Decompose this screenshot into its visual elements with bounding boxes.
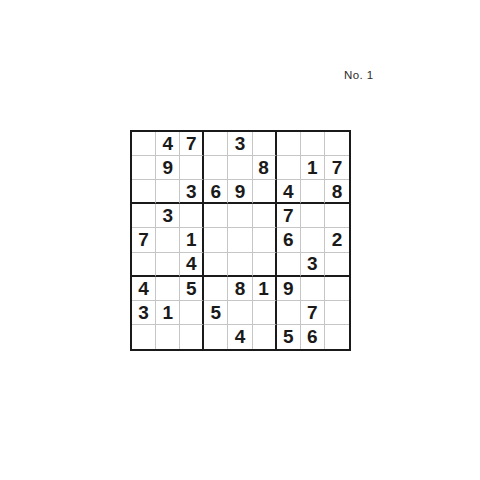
sudoku-cell-r1c4[interactable] — [204, 132, 228, 156]
sudoku-cell-r5c9[interactable]: 2 — [325, 228, 349, 252]
sudoku-cell-r4c3[interactable] — [180, 204, 204, 228]
sudoku-cell-r8c3[interactable] — [180, 301, 204, 325]
sudoku-cell-r3c3[interactable]: 3 — [180, 180, 204, 204]
sudoku-cell-r6c8[interactable]: 3 — [301, 253, 325, 277]
sudoku-cell-r3c6[interactable] — [253, 180, 277, 204]
sudoku-cell-r4c9[interactable] — [325, 204, 349, 228]
sudoku-cell-r1c6[interactable] — [253, 132, 277, 156]
sudoku-cell-r5c6[interactable] — [253, 228, 277, 252]
sudoku-cell-r6c6[interactable] — [253, 253, 277, 277]
sudoku-cell-r8c2[interactable]: 1 — [156, 301, 180, 325]
sudoku-cell-r7c1[interactable]: 4 — [132, 277, 156, 301]
sudoku-cell-r2c8[interactable]: 1 — [301, 156, 325, 180]
sudoku-cell-r2c2[interactable]: 9 — [156, 156, 180, 180]
puzzle-page: No. 1 47398173694837716243458193157456 — [0, 0, 480, 480]
sudoku-cell-r5c2[interactable] — [156, 228, 180, 252]
sudoku-cell-r6c7[interactable] — [277, 253, 301, 277]
sudoku-cell-r7c9[interactable] — [325, 277, 349, 301]
sudoku-cell-r5c3[interactable]: 1 — [180, 228, 204, 252]
sudoku-cell-r5c5[interactable] — [228, 228, 252, 252]
sudoku-cell-r9c9[interactable] — [325, 325, 349, 349]
sudoku-cell-r7c7[interactable]: 9 — [277, 277, 301, 301]
sudoku-cell-r3c7[interactable]: 4 — [277, 180, 301, 204]
sudoku-cell-r4c2[interactable]: 3 — [156, 204, 180, 228]
sudoku-cell-r8c6[interactable] — [253, 301, 277, 325]
sudoku-cell-r2c6[interactable]: 8 — [253, 156, 277, 180]
sudoku-cell-r2c1[interactable] — [132, 156, 156, 180]
sudoku-cell-r1c5[interactable]: 3 — [228, 132, 252, 156]
sudoku-cell-r9c8[interactable]: 6 — [301, 325, 325, 349]
sudoku-cell-r8c4[interactable]: 5 — [204, 301, 228, 325]
sudoku-cell-r4c5[interactable] — [228, 204, 252, 228]
sudoku-cell-r2c7[interactable] — [277, 156, 301, 180]
sudoku-cell-r2c5[interactable] — [228, 156, 252, 180]
sudoku-cell-r3c9[interactable]: 8 — [325, 180, 349, 204]
sudoku-cell-r7c5[interactable]: 8 — [228, 277, 252, 301]
sudoku-cell-r2c9[interactable]: 7 — [325, 156, 349, 180]
sudoku-cell-r1c7[interactable] — [277, 132, 301, 156]
sudoku-cell-r6c2[interactable] — [156, 253, 180, 277]
sudoku-cell-r8c7[interactable] — [277, 301, 301, 325]
sudoku-cell-r5c1[interactable]: 7 — [132, 228, 156, 252]
sudoku-cell-r8c9[interactable] — [325, 301, 349, 325]
sudoku-cell-r9c6[interactable] — [253, 325, 277, 349]
sudoku-cell-r6c3[interactable]: 4 — [180, 253, 204, 277]
sudoku-cell-r3c5[interactable]: 9 — [228, 180, 252, 204]
sudoku-cell-r1c3[interactable]: 7 — [180, 132, 204, 156]
sudoku-cell-r6c9[interactable] — [325, 253, 349, 277]
sudoku-cell-r9c3[interactable] — [180, 325, 204, 349]
sudoku-cell-r1c8[interactable] — [301, 132, 325, 156]
sudoku-cell-r1c1[interactable] — [132, 132, 156, 156]
sudoku-cell-r3c2[interactable] — [156, 180, 180, 204]
sudoku-cell-r3c4[interactable]: 6 — [204, 180, 228, 204]
sudoku-cell-r1c2[interactable]: 4 — [156, 132, 180, 156]
sudoku-cell-r3c8[interactable] — [301, 180, 325, 204]
sudoku-cell-r2c4[interactable] — [204, 156, 228, 180]
sudoku-cell-r7c4[interactable] — [204, 277, 228, 301]
sudoku-cell-r4c4[interactable] — [204, 204, 228, 228]
sudoku-board: 47398173694837716243458193157456 — [130, 130, 351, 351]
sudoku-cell-r3c1[interactable] — [132, 180, 156, 204]
sudoku-cell-r5c8[interactable] — [301, 228, 325, 252]
sudoku-cell-r7c3[interactable]: 5 — [180, 277, 204, 301]
sudoku-cell-r8c1[interactable]: 3 — [132, 301, 156, 325]
sudoku-cell-r7c6[interactable]: 1 — [253, 277, 277, 301]
sudoku-cell-r4c7[interactable]: 7 — [277, 204, 301, 228]
sudoku-cell-r5c4[interactable] — [204, 228, 228, 252]
sudoku-cell-r4c6[interactable] — [253, 204, 277, 228]
sudoku-cell-r6c1[interactable] — [132, 253, 156, 277]
sudoku-cell-r1c9[interactable] — [325, 132, 349, 156]
sudoku-cell-r9c4[interactable] — [204, 325, 228, 349]
sudoku-cell-r2c3[interactable] — [180, 156, 204, 180]
sudoku-cell-r9c5[interactable]: 4 — [228, 325, 252, 349]
sudoku-cell-r6c4[interactable] — [204, 253, 228, 277]
sudoku-cell-r4c8[interactable] — [301, 204, 325, 228]
sudoku-cell-r8c5[interactable] — [228, 301, 252, 325]
sudoku-cell-r7c2[interactable] — [156, 277, 180, 301]
sudoku-cell-r5c7[interactable]: 6 — [277, 228, 301, 252]
sudoku-cell-r6c5[interactable] — [228, 253, 252, 277]
puzzle-number-label: No. 1 — [344, 69, 374, 81]
sudoku-cell-r8c8[interactable]: 7 — [301, 301, 325, 325]
sudoku-cell-r4c1[interactable] — [132, 204, 156, 228]
sudoku-cell-r9c7[interactable]: 5 — [277, 325, 301, 349]
sudoku-cell-r7c8[interactable] — [301, 277, 325, 301]
sudoku-cell-r9c2[interactable] — [156, 325, 180, 349]
sudoku-cell-r9c1[interactable] — [132, 325, 156, 349]
